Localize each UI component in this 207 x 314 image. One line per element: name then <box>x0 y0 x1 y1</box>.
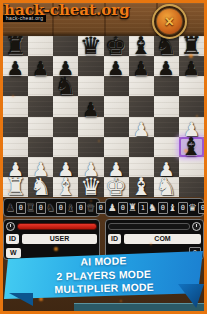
square-a6[interactable] <box>3 76 28 96</box>
square-g2[interactable]: ♟ <box>154 157 179 177</box>
square-f3[interactable] <box>129 137 154 157</box>
captured-count: 0 <box>198 202 207 214</box>
square-h3[interactable]: ♝ <box>179 137 204 157</box>
square-e4[interactable] <box>104 117 129 137</box>
square-f4[interactable]: ♟ <box>129 117 154 137</box>
wN-icon: ♞ <box>148 203 157 213</box>
square-d8[interactable]: ♛ <box>78 36 103 56</box>
captured-count: 0 <box>118 202 128 214</box>
square-a7[interactable]: ♟ <box>3 56 28 76</box>
bQ-icon: ♛ <box>86 203 95 213</box>
square-b2[interactable]: ♟ <box>28 157 53 177</box>
chess-app-screenshot: hack-cheat.org hack-cheat.org × ♜♛♚♝♞♜♟♟… <box>0 0 207 314</box>
user-id-row: ID USER <box>6 233 97 245</box>
captured-count: 0 <box>56 202 66 214</box>
square-e5[interactable] <box>104 96 129 116</box>
piece-wN-g1: ♞ <box>156 175 178 199</box>
square-d4[interactable] <box>78 117 103 137</box>
piece-bN-c6: ♞ <box>55 74 77 98</box>
captured-count: 0 <box>158 202 168 214</box>
square-a1[interactable]: ♜ <box>3 177 28 197</box>
square-f5[interactable] <box>129 96 154 116</box>
close-button-face: × <box>157 9 182 34</box>
piece-bB-h3: ♝ <box>181 135 203 159</box>
captured-counter-wB: ♝0 <box>168 202 188 214</box>
square-g6[interactable] <box>154 76 179 96</box>
square-c7[interactable]: ♟ <box>53 56 78 76</box>
square-e8[interactable]: ♚ <box>104 36 129 56</box>
captured-count: 0 <box>16 202 26 214</box>
square-b8[interactable] <box>28 36 53 56</box>
piece-bR-a8: ♜ <box>5 34 27 58</box>
captured-counter-wP: ♟0 <box>108 202 128 214</box>
user-timer-row <box>6 222 97 231</box>
piece-bQ-d8: ♛ <box>80 34 102 58</box>
square-h2[interactable] <box>179 157 204 177</box>
square-h7[interactable]: ♟ <box>179 56 204 76</box>
square-c2[interactable]: ♟ <box>53 157 78 177</box>
piece-wN-b1: ♞ <box>30 175 52 199</box>
ribbon-line-multiplier: MULTIPLIER MODE <box>54 281 154 297</box>
piece-wB-f1: ♝ <box>130 175 152 199</box>
piece-wP-h4: ♟ <box>183 120 200 139</box>
piece-wQ-d1: ♛ <box>80 175 102 199</box>
com-id-label: ID <box>108 234 121 244</box>
captured-count: 1 <box>138 202 148 214</box>
square-a3[interactable] <box>3 137 28 157</box>
square-h8[interactable]: ♜ <box>179 36 204 56</box>
square-e7[interactable]: ♟ <box>104 56 129 76</box>
user-captured-tray: ♟0♜0♞0♝0♛0 <box>3 198 100 217</box>
square-b3[interactable] <box>28 137 53 157</box>
square-c6[interactable]: ♞ <box>53 76 78 96</box>
captured-counter-bQ: ♛0 <box>86 202 106 214</box>
square-e3[interactable] <box>104 137 129 157</box>
bB-icon: ♝ <box>66 203 75 213</box>
bR-icon: ♜ <box>26 203 35 213</box>
piece-wK-e1: ♚ <box>105 175 127 199</box>
square-g4[interactable] <box>154 117 179 137</box>
wQ-icon: ♛ <box>188 203 197 213</box>
square-e1[interactable]: ♚ <box>104 177 129 197</box>
captured-counter-bN: ♞0 <box>46 202 66 214</box>
piece-bB-f8: ♝ <box>130 34 152 58</box>
square-f6[interactable] <box>129 76 154 96</box>
captured-count: 0 <box>76 202 86 214</box>
square-c5[interactable] <box>53 96 78 116</box>
captured-count: 0 <box>178 202 188 214</box>
square-g1[interactable]: ♞ <box>154 177 179 197</box>
piece-bR-h8: ♜ <box>181 34 203 58</box>
close-icon: × <box>165 14 174 30</box>
square-a5[interactable] <box>3 96 28 116</box>
piece-wB-c1: ♝ <box>55 175 77 199</box>
user-name: USER <box>22 234 97 244</box>
square-f7[interactable]: ♟ <box>129 56 154 76</box>
bN-icon: ♞ <box>46 203 55 213</box>
ribbon-fold-right <box>178 284 204 308</box>
piece-wR-a1: ♜ <box>5 175 27 199</box>
square-d2[interactable]: ♟ <box>78 157 103 177</box>
wP-icon: ♟ <box>108 203 117 213</box>
square-d3[interactable] <box>78 137 103 157</box>
square-b5[interactable] <box>28 96 53 116</box>
square-b1[interactable]: ♞ <box>28 177 53 197</box>
square-g5[interactable] <box>154 96 179 116</box>
square-g7[interactable]: ♟ <box>154 56 179 76</box>
square-f1[interactable]: ♝ <box>129 177 154 197</box>
square-e2[interactable]: ♟ <box>104 157 129 177</box>
captured-counter-bR: ♜0 <box>26 202 46 214</box>
square-c8[interactable] <box>53 36 78 56</box>
square-a4[interactable] <box>3 117 28 137</box>
captured-counter-bP: ♟0 <box>6 202 26 214</box>
square-h5[interactable] <box>179 96 204 116</box>
bP-icon: ♟ <box>6 203 15 213</box>
watermark-subtitle: hack-cheat.org <box>3 15 46 22</box>
captured-count: 0 <box>36 202 46 214</box>
com-timer-row <box>108 222 201 231</box>
com-captured-tray: ♟0♜1♞0♝0♛0 <box>105 198 204 217</box>
captured-counter-wN: ♞0 <box>148 202 168 214</box>
clock-icon <box>192 222 201 231</box>
ribbon-text: AI MODE 2 PLAYERS MODE MULTIPLIER MODE <box>53 253 154 297</box>
clock-icon <box>6 222 15 231</box>
square-c4[interactable] <box>53 117 78 137</box>
captured-counter-bB: ♝0 <box>66 202 86 214</box>
square-c1[interactable]: ♝ <box>53 177 78 197</box>
square-d7[interactable] <box>78 56 103 76</box>
square-a2[interactable]: ♟ <box>3 157 28 177</box>
square-g8[interactable]: ♞ <box>154 36 179 56</box>
wR-icon: ♜ <box>128 203 137 213</box>
square-b6[interactable] <box>28 76 53 96</box>
captured-counter-wR: ♜1 <box>128 202 148 214</box>
chess-board[interactable]: ♜♛♚♝♞♜♟♟♟♟♟♟♟♞♟♟♟♝♟♟♟♟♟♟♜♞♝♛♚♝♞ <box>3 36 204 197</box>
square-h6[interactable] <box>179 76 204 96</box>
square-a8[interactable]: ♜ <box>3 36 28 56</box>
square-b4[interactable] <box>28 117 53 137</box>
square-e6[interactable] <box>104 76 129 96</box>
square-h1[interactable] <box>179 177 204 197</box>
com-id-row: ID COM <box>108 233 201 245</box>
com-name: COM <box>124 234 201 244</box>
square-g3[interactable] <box>154 137 179 157</box>
square-d5[interactable]: ♟ <box>78 96 103 116</box>
square-b7[interactable]: ♟ <box>28 56 53 76</box>
user-time-bar <box>17 223 97 230</box>
square-h4[interactable]: ♟ <box>179 117 204 137</box>
square-f8[interactable]: ♝ <box>129 36 154 56</box>
mode-ribbon-banner[interactable]: AI MODE 2 PLAYERS MODE MULTIPLIER MODE <box>4 246 203 308</box>
piece-bK-e8: ♚ <box>105 34 127 58</box>
user-id-label: ID <box>6 234 19 244</box>
square-c3[interactable] <box>53 137 78 157</box>
captured-counter-wQ: ♛0 <box>188 202 207 214</box>
close-button[interactable]: × <box>152 4 187 39</box>
square-f2[interactable] <box>129 157 154 177</box>
square-d1[interactable]: ♛ <box>78 177 103 197</box>
square-d6[interactable] <box>78 76 103 96</box>
ribbon-band: AI MODE 2 PLAYERS MODE MULTIPLIER MODE <box>4 251 203 299</box>
wB-icon: ♝ <box>168 203 177 213</box>
com-time-bar <box>108 223 190 230</box>
